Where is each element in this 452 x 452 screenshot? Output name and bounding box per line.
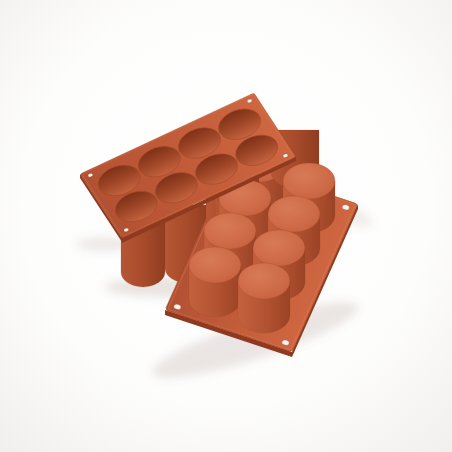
cylinder-top (268, 196, 320, 232)
cylinder-top (204, 213, 256, 249)
cylinder-top (189, 247, 241, 283)
cylinder-top (238, 263, 290, 299)
protruding-cylinder (189, 247, 241, 317)
silicone-mold-photo (0, 0, 452, 452)
product-photo (0, 0, 452, 452)
protruding-cylinder (238, 263, 290, 333)
cylinder-top (253, 230, 305, 266)
cylinder-top (283, 163, 335, 199)
